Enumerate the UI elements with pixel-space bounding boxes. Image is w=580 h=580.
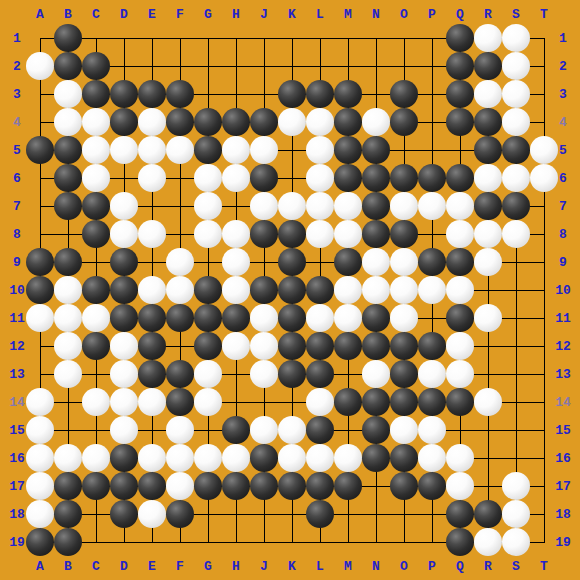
black-stone-C10[interactable] — [82, 276, 110, 304]
white-stone-H10[interactable] — [222, 276, 250, 304]
column-label-bottom: H — [232, 560, 240, 573]
black-stone-J8[interactable] — [250, 220, 278, 248]
white-stone-P16[interactable] — [418, 444, 446, 472]
white-stone-J12[interactable] — [250, 332, 278, 360]
black-stone-P14[interactable] — [418, 388, 446, 416]
black-stone-M17[interactable] — [334, 472, 362, 500]
black-stone-N14[interactable] — [362, 388, 390, 416]
white-stone-Q16[interactable] — [446, 444, 474, 472]
white-stone-R9[interactable] — [474, 248, 502, 276]
white-stone-O15[interactable] — [390, 416, 418, 444]
white-stone-E6[interactable] — [138, 164, 166, 192]
white-stone-T6[interactable] — [530, 164, 558, 192]
black-stone-E17[interactable] — [138, 472, 166, 500]
white-stone-R6[interactable] — [474, 164, 502, 192]
white-stone-J15[interactable] — [250, 416, 278, 444]
white-stone-Q12[interactable] — [446, 332, 474, 360]
white-stone-L16[interactable] — [306, 444, 334, 472]
white-stone-R1[interactable] — [474, 24, 502, 52]
black-stone-N15[interactable] — [362, 416, 390, 444]
black-stone-J16[interactable] — [250, 444, 278, 472]
white-stone-M8[interactable] — [334, 220, 362, 248]
white-stone-L14[interactable] — [306, 388, 334, 416]
white-stone-G14[interactable] — [194, 388, 222, 416]
white-stone-A16[interactable] — [26, 444, 54, 472]
column-label-top: L — [316, 8, 324, 21]
black-stone-M14[interactable] — [334, 388, 362, 416]
white-stone-L8[interactable] — [306, 220, 334, 248]
black-stone-G5[interactable] — [194, 136, 222, 164]
black-stone-L12[interactable] — [306, 332, 334, 360]
black-stone-B9[interactable] — [54, 248, 82, 276]
black-stone-J6[interactable] — [250, 164, 278, 192]
white-stone-E10[interactable] — [138, 276, 166, 304]
black-stone-G10[interactable] — [194, 276, 222, 304]
white-stone-M11[interactable] — [334, 304, 362, 332]
white-stone-M16[interactable] — [334, 444, 362, 472]
white-stone-G7[interactable] — [194, 192, 222, 220]
white-stone-Q8[interactable] — [446, 220, 474, 248]
black-stone-F4[interactable] — [166, 108, 194, 136]
white-stone-P13[interactable] — [418, 360, 446, 388]
black-stone-R18[interactable] — [474, 500, 502, 528]
column-label-bottom: B — [64, 560, 72, 573]
black-stone-C7[interactable] — [82, 192, 110, 220]
white-stone-A14[interactable] — [26, 388, 54, 416]
black-stone-F11[interactable] — [166, 304, 194, 332]
black-stone-H4[interactable] — [222, 108, 250, 136]
white-stone-G13[interactable] — [194, 360, 222, 388]
black-stone-N6[interactable] — [362, 164, 390, 192]
white-stone-R8[interactable] — [474, 220, 502, 248]
row-label-right: 7 — [559, 200, 567, 213]
white-stone-O10[interactable] — [390, 276, 418, 304]
white-stone-D12[interactable] — [110, 332, 138, 360]
black-stone-B2[interactable] — [54, 52, 82, 80]
white-stone-G6[interactable] — [194, 164, 222, 192]
column-label-top: T — [540, 8, 548, 21]
black-stone-O16[interactable] — [390, 444, 418, 472]
black-stone-C8[interactable] — [82, 220, 110, 248]
white-stone-R11[interactable] — [474, 304, 502, 332]
white-stone-C16[interactable] — [82, 444, 110, 472]
black-stone-K12[interactable] — [278, 332, 306, 360]
column-label-bottom: T — [540, 560, 548, 573]
column-label-bottom: K — [288, 560, 296, 573]
row-label-right: 18 — [555, 508, 571, 521]
black-stone-G4[interactable] — [194, 108, 222, 136]
black-stone-L17[interactable] — [306, 472, 334, 500]
row-label-left: 16 — [9, 452, 25, 465]
row-label-right: 6 — [559, 172, 567, 185]
black-stone-H11[interactable] — [222, 304, 250, 332]
white-stone-Q7[interactable] — [446, 192, 474, 220]
black-stone-H15[interactable] — [222, 416, 250, 444]
row-label-left: 18 — [9, 508, 25, 521]
white-stone-B10[interactable] — [54, 276, 82, 304]
black-stone-B7[interactable] — [54, 192, 82, 220]
black-stone-L10[interactable] — [306, 276, 334, 304]
white-stone-O9[interactable] — [390, 248, 418, 276]
white-stone-J13[interactable] — [250, 360, 278, 388]
white-stone-L7[interactable] — [306, 192, 334, 220]
row-label-right: 2 — [559, 60, 567, 73]
black-stone-G11[interactable] — [194, 304, 222, 332]
white-stone-R3[interactable] — [474, 80, 502, 108]
black-stone-Q4[interactable] — [446, 108, 474, 136]
row-label-left: 17 — [9, 480, 25, 493]
black-stone-N16[interactable] — [362, 444, 390, 472]
white-stone-S19[interactable] — [502, 528, 530, 556]
black-stone-Q6[interactable] — [446, 164, 474, 192]
black-stone-J10[interactable] — [250, 276, 278, 304]
white-stone-F17[interactable] — [166, 472, 194, 500]
white-stone-R14[interactable] — [474, 388, 502, 416]
white-stone-F5[interactable] — [166, 136, 194, 164]
black-stone-K13[interactable] — [278, 360, 306, 388]
row-label-left: 4 — [13, 116, 21, 129]
white-stone-A17[interactable] — [26, 472, 54, 500]
black-stone-S7[interactable] — [502, 192, 530, 220]
row-label-left: 19 — [9, 536, 25, 549]
column-label-top: B — [64, 8, 72, 21]
black-stone-E13[interactable] — [138, 360, 166, 388]
black-stone-J4[interactable] — [250, 108, 278, 136]
black-stone-G17[interactable] — [194, 472, 222, 500]
column-label-top: F — [176, 8, 184, 21]
black-stone-F13[interactable] — [166, 360, 194, 388]
white-stone-K7[interactable] — [278, 192, 306, 220]
black-stone-B6[interactable] — [54, 164, 82, 192]
white-stone-J11[interactable] — [250, 304, 278, 332]
black-stone-H17[interactable] — [222, 472, 250, 500]
column-label-top: J — [260, 8, 268, 21]
white-stone-L11[interactable] — [306, 304, 334, 332]
grid-line-vertical — [544, 38, 545, 543]
go-board: AABBCCDDEEFFGGHHJJKKLLMMNNOOPPQQRRSSTT11… — [0, 0, 580, 580]
black-stone-C12[interactable] — [82, 332, 110, 360]
white-stone-A2[interactable] — [26, 52, 54, 80]
black-stone-R4[interactable] — [474, 108, 502, 136]
white-stone-A15[interactable] — [26, 416, 54, 444]
row-label-right: 1 — [559, 32, 567, 45]
black-stone-R7[interactable] — [474, 192, 502, 220]
white-stone-B11[interactable] — [54, 304, 82, 332]
white-stone-J7[interactable] — [250, 192, 278, 220]
black-stone-N5[interactable] — [362, 136, 390, 164]
row-label-right: 19 — [555, 536, 571, 549]
white-stone-E4[interactable] — [138, 108, 166, 136]
white-stone-E5[interactable] — [138, 136, 166, 164]
black-stone-C3[interactable] — [82, 80, 110, 108]
white-stone-F10[interactable] — [166, 276, 194, 304]
white-stone-T5[interactable] — [530, 136, 558, 164]
white-stone-Q13[interactable] — [446, 360, 474, 388]
white-stone-E14[interactable] — [138, 388, 166, 416]
white-stone-N4[interactable] — [362, 108, 390, 136]
black-stone-E3[interactable] — [138, 80, 166, 108]
column-label-top: N — [372, 8, 380, 21]
row-label-left: 3 — [13, 88, 21, 101]
row-label-left: 11 — [9, 312, 25, 325]
white-stone-D13[interactable] — [110, 360, 138, 388]
black-stone-M4[interactable] — [334, 108, 362, 136]
white-stone-J5[interactable] — [250, 136, 278, 164]
black-stone-G12[interactable] — [194, 332, 222, 360]
white-stone-D5[interactable] — [110, 136, 138, 164]
column-label-top: R — [484, 8, 492, 21]
white-stone-L5[interactable] — [306, 136, 334, 164]
column-label-bottom: M — [344, 560, 352, 573]
black-stone-B18[interactable] — [54, 500, 82, 528]
row-label-left: 6 — [13, 172, 21, 185]
row-label-left: 1 — [13, 32, 21, 45]
black-stone-P6[interactable] — [418, 164, 446, 192]
white-stone-R19[interactable] — [474, 528, 502, 556]
column-label-bottom: F — [176, 560, 184, 573]
black-stone-A5[interactable] — [26, 136, 54, 164]
white-stone-D14[interactable] — [110, 388, 138, 416]
black-stone-R2[interactable] — [474, 52, 502, 80]
white-stone-S3[interactable] — [502, 80, 530, 108]
column-label-top: P — [428, 8, 436, 21]
white-stone-S18[interactable] — [502, 500, 530, 528]
row-label-right: 15 — [555, 424, 571, 437]
black-stone-P9[interactable] — [418, 248, 446, 276]
white-stone-E16[interactable] — [138, 444, 166, 472]
black-stone-F14[interactable] — [166, 388, 194, 416]
black-stone-M3[interactable] — [334, 80, 362, 108]
white-stone-E18[interactable] — [138, 500, 166, 528]
black-stone-O17[interactable] — [390, 472, 418, 500]
row-label-left: 9 — [13, 256, 21, 269]
row-label-right: 8 — [559, 228, 567, 241]
column-label-bottom: L — [316, 560, 324, 573]
white-stone-B13[interactable] — [54, 360, 82, 388]
white-stone-M10[interactable] — [334, 276, 362, 304]
row-label-left: 14 — [9, 396, 25, 409]
white-stone-G8[interactable] — [194, 220, 222, 248]
black-stone-D11[interactable] — [110, 304, 138, 332]
white-stone-Q17[interactable] — [446, 472, 474, 500]
white-stone-F16[interactable] — [166, 444, 194, 472]
white-stone-N9[interactable] — [362, 248, 390, 276]
black-stone-O4[interactable] — [390, 108, 418, 136]
black-stone-K17[interactable] — [278, 472, 306, 500]
column-label-top: A — [36, 8, 44, 21]
row-label-right: 10 — [555, 284, 571, 297]
white-stone-O7[interactable] — [390, 192, 418, 220]
black-stone-R5[interactable] — [474, 136, 502, 164]
row-label-right: 13 — [555, 368, 571, 381]
black-stone-A9[interactable] — [26, 248, 54, 276]
white-stone-C5[interactable] — [82, 136, 110, 164]
black-stone-B17[interactable] — [54, 472, 82, 500]
white-stone-S17[interactable] — [502, 472, 530, 500]
black-stone-Q14[interactable] — [446, 388, 474, 416]
black-stone-B5[interactable] — [54, 136, 82, 164]
black-stone-K9[interactable] — [278, 248, 306, 276]
white-stone-A18[interactable] — [26, 500, 54, 528]
column-label-bottom: P — [428, 560, 436, 573]
black-stone-Q1[interactable] — [446, 24, 474, 52]
white-stone-H6[interactable] — [222, 164, 250, 192]
white-stone-B4[interactable] — [54, 108, 82, 136]
column-label-top: H — [232, 8, 240, 21]
column-label-bottom: C — [92, 560, 100, 573]
white-stone-G16[interactable] — [194, 444, 222, 472]
white-stone-N10[interactable] — [362, 276, 390, 304]
white-stone-K4[interactable] — [278, 108, 306, 136]
black-stone-E12[interactable] — [138, 332, 166, 360]
black-stone-C17[interactable] — [82, 472, 110, 500]
white-stone-H12[interactable] — [222, 332, 250, 360]
black-stone-K11[interactable] — [278, 304, 306, 332]
black-stone-L15[interactable] — [306, 416, 334, 444]
column-label-bottom: N — [372, 560, 380, 573]
column-label-top: K — [288, 8, 296, 21]
white-stone-P7[interactable] — [418, 192, 446, 220]
black-stone-O13[interactable] — [390, 360, 418, 388]
black-stone-C2[interactable] — [82, 52, 110, 80]
white-stone-D7[interactable] — [110, 192, 138, 220]
black-stone-M12[interactable] — [334, 332, 362, 360]
black-stone-D18[interactable] — [110, 500, 138, 528]
black-stone-N8[interactable] — [362, 220, 390, 248]
column-label-bottom: J — [260, 560, 268, 573]
row-label-right: 3 — [559, 88, 567, 101]
black-stone-O12[interactable] — [390, 332, 418, 360]
white-stone-F9[interactable] — [166, 248, 194, 276]
white-stone-C4[interactable] — [82, 108, 110, 136]
black-stone-N12[interactable] — [362, 332, 390, 360]
black-stone-L18[interactable] — [306, 500, 334, 528]
black-stone-F3[interactable] — [166, 80, 194, 108]
row-label-right: 14 — [555, 396, 571, 409]
black-stone-M5[interactable] — [334, 136, 362, 164]
row-label-right: 11 — [555, 312, 571, 325]
row-label-left: 8 — [13, 228, 21, 241]
white-stone-M7[interactable] — [334, 192, 362, 220]
white-stone-H5[interactable] — [222, 136, 250, 164]
black-stone-E11[interactable] — [138, 304, 166, 332]
black-stone-P17[interactable] — [418, 472, 446, 500]
white-stone-N13[interactable] — [362, 360, 390, 388]
black-stone-P12[interactable] — [418, 332, 446, 360]
white-stone-H16[interactable] — [222, 444, 250, 472]
black-stone-M9[interactable] — [334, 248, 362, 276]
row-label-left: 7 — [13, 200, 21, 213]
column-label-top: D — [120, 8, 128, 21]
black-stone-N7[interactable] — [362, 192, 390, 220]
black-stone-A19[interactable] — [26, 528, 54, 556]
black-stone-O3[interactable] — [390, 80, 418, 108]
white-stone-K16[interactable] — [278, 444, 306, 472]
white-stone-B12[interactable] — [54, 332, 82, 360]
white-stone-Q10[interactable] — [446, 276, 474, 304]
column-label-top: O — [400, 8, 408, 21]
black-stone-D3[interactable] — [110, 80, 138, 108]
column-label-top: C — [92, 8, 100, 21]
black-stone-L13[interactable] — [306, 360, 334, 388]
black-stone-B1[interactable] — [54, 24, 82, 52]
black-stone-B19[interactable] — [54, 528, 82, 556]
column-label-top: M — [344, 8, 352, 21]
black-stone-Q19[interactable] — [446, 528, 474, 556]
white-stone-C14[interactable] — [82, 388, 110, 416]
black-stone-D9[interactable] — [110, 248, 138, 276]
black-stone-D4[interactable] — [110, 108, 138, 136]
row-label-right: 9 — [559, 256, 567, 269]
white-stone-D15[interactable] — [110, 416, 138, 444]
white-stone-K15[interactable] — [278, 416, 306, 444]
white-stone-A11[interactable] — [26, 304, 54, 332]
column-label-bottom: D — [120, 560, 128, 573]
white-stone-L4[interactable] — [306, 108, 334, 136]
white-stone-H9[interactable] — [222, 248, 250, 276]
white-stone-L6[interactable] — [306, 164, 334, 192]
black-stone-Q18[interactable] — [446, 500, 474, 528]
column-label-bottom: O — [400, 560, 408, 573]
white-stone-F15[interactable] — [166, 416, 194, 444]
black-stone-N11[interactable] — [362, 304, 390, 332]
black-stone-A10[interactable] — [26, 276, 54, 304]
white-stone-P10[interactable] — [418, 276, 446, 304]
black-stone-Q2[interactable] — [446, 52, 474, 80]
column-label-bottom: Q — [456, 560, 464, 573]
white-stone-D8[interactable] — [110, 220, 138, 248]
white-stone-H8[interactable] — [222, 220, 250, 248]
black-stone-O6[interactable] — [390, 164, 418, 192]
black-stone-F18[interactable] — [166, 500, 194, 528]
black-stone-K10[interactable] — [278, 276, 306, 304]
column-label-bottom: R — [484, 560, 492, 573]
black-stone-Q3[interactable] — [446, 80, 474, 108]
column-label-bottom: E — [148, 560, 156, 573]
black-stone-O8[interactable] — [390, 220, 418, 248]
white-stone-S4[interactable] — [502, 108, 530, 136]
white-stone-C6[interactable] — [82, 164, 110, 192]
white-stone-B3[interactable] — [54, 80, 82, 108]
white-stone-S8[interactable] — [502, 220, 530, 248]
row-label-left: 5 — [13, 144, 21, 157]
row-label-right: 16 — [555, 452, 571, 465]
white-stone-S1[interactable] — [502, 24, 530, 52]
white-stone-E8[interactable] — [138, 220, 166, 248]
black-stone-Q9[interactable] — [446, 248, 474, 276]
white-stone-C11[interactable] — [82, 304, 110, 332]
white-stone-S6[interactable] — [502, 164, 530, 192]
black-stone-D17[interactable] — [110, 472, 138, 500]
column-label-top: S — [512, 8, 520, 21]
white-stone-O11[interactable] — [390, 304, 418, 332]
white-stone-S2[interactable] — [502, 52, 530, 80]
black-stone-D10[interactable] — [110, 276, 138, 304]
black-stone-Q11[interactable] — [446, 304, 474, 332]
row-label-left: 2 — [13, 60, 21, 73]
black-stone-D16[interactable] — [110, 444, 138, 472]
black-stone-M6[interactable] — [334, 164, 362, 192]
black-stone-J17[interactable] — [250, 472, 278, 500]
column-label-top: Q — [456, 8, 464, 21]
black-stone-S5[interactable] — [502, 136, 530, 164]
black-stone-K3[interactable] — [278, 80, 306, 108]
black-stone-L3[interactable] — [306, 80, 334, 108]
black-stone-K8[interactable] — [278, 220, 306, 248]
black-stone-O14[interactable] — [390, 388, 418, 416]
white-stone-B16[interactable] — [54, 444, 82, 472]
white-stone-P15[interactable] — [418, 416, 446, 444]
